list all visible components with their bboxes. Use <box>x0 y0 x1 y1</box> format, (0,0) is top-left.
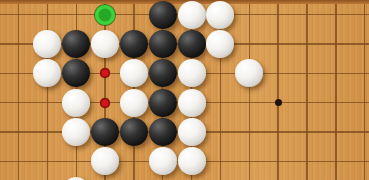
board-cell[interactable] <box>33 0 62 29</box>
board-cell[interactable] <box>4 117 33 146</box>
stone-white <box>62 177 90 180</box>
board-cell[interactable] <box>148 88 177 117</box>
board-cell[interactable] <box>321 117 350 146</box>
board-cell[interactable] <box>264 117 293 146</box>
stone-white <box>235 59 263 87</box>
board-cell[interactable] <box>177 176 206 180</box>
stone-black <box>62 59 90 87</box>
board-cell[interactable] <box>293 29 322 58</box>
board-cell[interactable] <box>148 59 177 88</box>
board-cell[interactable] <box>91 0 120 29</box>
board-cell[interactable] <box>33 117 62 146</box>
board-cell[interactable] <box>235 88 264 117</box>
board-cell[interactable] <box>350 176 369 180</box>
board-cell[interactable] <box>350 88 369 117</box>
board-cell[interactable] <box>148 0 177 29</box>
board-cell[interactable] <box>264 0 293 29</box>
board-cell[interactable] <box>62 117 91 146</box>
board-cell[interactable] <box>206 59 235 88</box>
stone-white <box>206 30 234 58</box>
stone-black <box>149 59 177 87</box>
board-cell[interactable] <box>264 147 293 176</box>
stone-black <box>178 30 206 58</box>
board-cell[interactable] <box>4 147 33 176</box>
board-cell[interactable] <box>321 176 350 180</box>
board-cell[interactable] <box>321 59 350 88</box>
board-cell[interactable] <box>91 59 120 88</box>
board-cell[interactable] <box>235 147 264 176</box>
stone-white <box>120 89 148 117</box>
board-cell[interactable] <box>62 0 91 29</box>
stone-white <box>178 89 206 117</box>
board-cell[interactable] <box>91 176 120 180</box>
stone-white <box>149 147 177 175</box>
stone-white <box>178 59 206 87</box>
board-cell[interactable] <box>119 176 148 180</box>
board-cell[interactable] <box>119 88 148 117</box>
board-cell[interactable] <box>62 88 91 117</box>
board-cell[interactable] <box>91 147 120 176</box>
board-cell[interactable] <box>293 0 322 29</box>
board-cell[interactable] <box>293 176 322 180</box>
board-cell[interactable] <box>177 29 206 58</box>
board-cell[interactable] <box>33 176 62 180</box>
stone-white <box>62 89 90 117</box>
red-dot-marker <box>100 98 110 108</box>
board-cell[interactable] <box>177 147 206 176</box>
board-cell[interactable] <box>33 29 62 58</box>
board-cell[interactable] <box>33 147 62 176</box>
board-cell[interactable] <box>4 59 33 88</box>
board-cell[interactable] <box>148 176 177 180</box>
stone-black <box>149 89 177 117</box>
board-cell[interactable] <box>119 147 148 176</box>
board-cell[interactable] <box>206 117 235 146</box>
stone-black <box>120 30 148 58</box>
board-cell[interactable] <box>4 88 33 117</box>
board-cell[interactable] <box>293 147 322 176</box>
board-cell[interactable] <box>119 117 148 146</box>
stone-white <box>91 30 119 58</box>
stone-black <box>149 1 177 29</box>
board-cell[interactable] <box>206 147 235 176</box>
board-cell[interactable] <box>62 176 91 180</box>
stone-white <box>91 147 119 175</box>
board-cell[interactable] <box>148 117 177 146</box>
board-cell[interactable] <box>119 29 148 58</box>
board-cell[interactable] <box>350 117 369 146</box>
board-cell[interactable] <box>4 176 33 180</box>
board-cell[interactable] <box>264 88 293 117</box>
board-cell[interactable] <box>235 117 264 146</box>
board-cell[interactable] <box>350 29 369 58</box>
board-cell[interactable] <box>91 88 120 117</box>
board-cell[interactable] <box>350 147 369 176</box>
board-cell[interactable] <box>321 147 350 176</box>
stone-black <box>149 118 177 146</box>
board-cell[interactable] <box>177 117 206 146</box>
stone-white <box>33 59 61 87</box>
board-cell[interactable] <box>235 176 264 180</box>
board-cell[interactable] <box>62 59 91 88</box>
board-cell[interactable] <box>4 0 33 29</box>
board-cell[interactable] <box>62 29 91 58</box>
board-cell[interactable] <box>91 29 120 58</box>
stone-white <box>33 30 61 58</box>
stone-black <box>149 30 177 58</box>
board-cell[interactable] <box>91 117 120 146</box>
board-cell[interactable] <box>119 0 148 29</box>
board-cell[interactable] <box>4 29 33 58</box>
stone-white <box>178 147 206 175</box>
board-cell[interactable] <box>293 88 322 117</box>
stone-white <box>178 118 206 146</box>
stone-black <box>120 118 148 146</box>
board-cell[interactable] <box>235 0 264 29</box>
board-cell[interactable] <box>264 176 293 180</box>
board-cell[interactable] <box>206 88 235 117</box>
board-cell[interactable] <box>33 88 62 117</box>
board-cell[interactable] <box>119 59 148 88</box>
board-cell[interactable] <box>293 117 322 146</box>
board-cell[interactable] <box>33 59 62 88</box>
board-cell[interactable] <box>148 147 177 176</box>
stone-black <box>91 118 119 146</box>
board-cell[interactable] <box>206 176 235 180</box>
green-circle-marker <box>95 5 115 25</box>
red-dot-marker <box>100 68 110 78</box>
stone-white <box>62 118 90 146</box>
board-cell[interactable] <box>235 29 264 58</box>
board-cell[interactable] <box>177 0 206 29</box>
stone-white <box>120 59 148 87</box>
board-cell[interactable] <box>177 88 206 117</box>
board-cell[interactable] <box>321 0 350 29</box>
board-cell[interactable] <box>321 88 350 117</box>
board-cell[interactable] <box>206 0 235 29</box>
board-cell[interactable] <box>350 59 369 88</box>
board-cell[interactable] <box>264 29 293 58</box>
board-cell[interactable] <box>264 59 293 88</box>
board-cell[interactable] <box>321 29 350 58</box>
board-cell[interactable] <box>350 0 369 29</box>
board-cell[interactable] <box>235 59 264 88</box>
go-board <box>0 0 369 180</box>
stone-black <box>62 30 90 58</box>
board-intersections-grid <box>4 0 369 180</box>
board-cell[interactable] <box>206 29 235 58</box>
board-cell[interactable] <box>62 147 91 176</box>
board-cell[interactable] <box>177 59 206 88</box>
board-cell[interactable] <box>148 29 177 58</box>
board-cell[interactable] <box>293 59 322 88</box>
stone-white <box>178 1 206 29</box>
stone-white <box>206 1 234 29</box>
